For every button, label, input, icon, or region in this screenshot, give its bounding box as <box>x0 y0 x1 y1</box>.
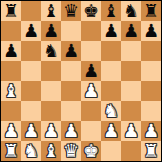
square-g5[interactable] <box>121 61 141 81</box>
piece-black-pawn[interactable]: ♟ <box>3 41 19 61</box>
piece-white-pawn[interactable]: ♟ <box>83 81 99 101</box>
square-e6[interactable] <box>81 41 101 61</box>
piece-black-pawn[interactable]: ♟ <box>83 61 99 81</box>
piece-black-knight[interactable]: ♞ <box>123 1 139 21</box>
square-f7[interactable]: ♟ <box>101 21 121 41</box>
piece-white-knight[interactable]: ♞ <box>23 141 39 161</box>
square-h7[interactable]: ♟ <box>141 21 161 41</box>
piece-white-bishop[interactable]: ♝ <box>43 141 59 161</box>
square-g7[interactable]: ♟ <box>121 21 141 41</box>
square-b3[interactable] <box>21 101 41 121</box>
square-h1[interactable]: ♜ <box>141 141 161 161</box>
chess-board-frame: ♜♝♛♚♝♞♜♟♟♟♟♟♟♞♟♟♝♟♞♟♟♟♟♟♟♟♜♞♝♛♚♜ <box>0 0 162 162</box>
square-c8[interactable]: ♝ <box>41 1 61 21</box>
square-f2[interactable]: ♟ <box>101 121 121 141</box>
piece-black-queen[interactable]: ♛ <box>63 1 79 21</box>
square-b4[interactable] <box>21 81 41 101</box>
piece-white-pawn[interactable]: ♟ <box>103 121 119 141</box>
chess-board: ♜♝♛♚♝♞♜♟♟♟♟♟♟♞♟♟♝♟♞♟♟♟♟♟♟♟♜♞♝♛♚♜ <box>1 1 161 161</box>
square-e3[interactable] <box>81 101 101 121</box>
piece-white-pawn[interactable]: ♟ <box>143 121 159 141</box>
piece-black-pawn[interactable]: ♟ <box>103 21 119 41</box>
piece-white-pawn[interactable]: ♟ <box>23 121 39 141</box>
square-g3[interactable] <box>121 101 141 121</box>
square-d4[interactable] <box>61 81 81 101</box>
square-d2[interactable]: ♟ <box>61 121 81 141</box>
piece-black-pawn[interactable]: ♟ <box>123 21 139 41</box>
square-a1[interactable]: ♜ <box>1 141 21 161</box>
square-g1[interactable] <box>121 141 141 161</box>
piece-black-bishop[interactable]: ♝ <box>43 1 59 21</box>
square-c5[interactable] <box>41 61 61 81</box>
square-e4[interactable]: ♟ <box>81 81 101 101</box>
piece-white-rook[interactable]: ♜ <box>143 141 159 161</box>
piece-black-pawn[interactable]: ♟ <box>23 21 39 41</box>
square-f5[interactable] <box>101 61 121 81</box>
square-g8[interactable]: ♞ <box>121 1 141 21</box>
square-e1[interactable]: ♚ <box>81 141 101 161</box>
square-d1[interactable]: ♛ <box>61 141 81 161</box>
square-c1[interactable]: ♝ <box>41 141 61 161</box>
square-c2[interactable]: ♟ <box>41 121 61 141</box>
piece-black-bishop[interactable]: ♝ <box>103 1 119 21</box>
square-f4[interactable] <box>101 81 121 101</box>
square-h4[interactable] <box>141 81 161 101</box>
piece-black-pawn[interactable]: ♟ <box>143 21 159 41</box>
square-g4[interactable] <box>121 81 141 101</box>
square-c7[interactable]: ♟ <box>41 21 61 41</box>
square-c6[interactable]: ♞ <box>41 41 61 61</box>
square-a3[interactable] <box>1 101 21 121</box>
square-a2[interactable]: ♟ <box>1 121 21 141</box>
square-e7[interactable] <box>81 21 101 41</box>
square-f1[interactable] <box>101 141 121 161</box>
square-a7[interactable] <box>1 21 21 41</box>
piece-black-king[interactable]: ♚ <box>83 1 99 21</box>
square-g6[interactable] <box>121 41 141 61</box>
square-d7[interactable] <box>61 21 81 41</box>
square-a4[interactable]: ♝ <box>1 81 21 101</box>
square-h5[interactable] <box>141 61 161 81</box>
piece-black-knight[interactable]: ♞ <box>43 41 59 61</box>
square-a6[interactable]: ♟ <box>1 41 21 61</box>
piece-black-rook[interactable]: ♜ <box>143 1 159 21</box>
square-b2[interactable]: ♟ <box>21 121 41 141</box>
piece-black-rook[interactable]: ♜ <box>3 1 19 21</box>
square-b6[interactable] <box>21 41 41 61</box>
square-d8[interactable]: ♛ <box>61 1 81 21</box>
square-a5[interactable] <box>1 61 21 81</box>
square-h6[interactable] <box>141 41 161 61</box>
piece-black-pawn[interactable]: ♟ <box>63 41 79 61</box>
square-c3[interactable] <box>41 101 61 121</box>
piece-white-pawn[interactable]: ♟ <box>63 121 79 141</box>
square-d3[interactable] <box>61 101 81 121</box>
square-e2[interactable] <box>81 121 101 141</box>
square-f6[interactable] <box>101 41 121 61</box>
square-f8[interactable]: ♝ <box>101 1 121 21</box>
square-b1[interactable]: ♞ <box>21 141 41 161</box>
square-b8[interactable] <box>21 1 41 21</box>
piece-white-knight[interactable]: ♞ <box>103 101 119 121</box>
piece-white-pawn[interactable]: ♟ <box>43 121 59 141</box>
square-b7[interactable]: ♟ <box>21 21 41 41</box>
square-d6[interactable]: ♟ <box>61 41 81 61</box>
piece-white-queen[interactable]: ♛ <box>63 141 79 161</box>
piece-white-pawn[interactable]: ♟ <box>123 121 139 141</box>
square-g2[interactable]: ♟ <box>121 121 141 141</box>
piece-white-king[interactable]: ♚ <box>83 141 99 161</box>
square-c4[interactable] <box>41 81 61 101</box>
square-h8[interactable]: ♜ <box>141 1 161 21</box>
square-h2[interactable]: ♟ <box>141 121 161 141</box>
square-a8[interactable]: ♜ <box>1 1 21 21</box>
piece-white-bishop[interactable]: ♝ <box>3 81 19 101</box>
piece-black-pawn[interactable]: ♟ <box>43 21 59 41</box>
square-h3[interactable] <box>141 101 161 121</box>
square-d5[interactable] <box>61 61 81 81</box>
piece-white-rook[interactable]: ♜ <box>3 141 19 161</box>
square-f3[interactable]: ♞ <box>101 101 121 121</box>
piece-white-pawn[interactable]: ♟ <box>3 121 19 141</box>
square-e5[interactable]: ♟ <box>81 61 101 81</box>
square-e8[interactable]: ♚ <box>81 1 101 21</box>
square-b5[interactable] <box>21 61 41 81</box>
